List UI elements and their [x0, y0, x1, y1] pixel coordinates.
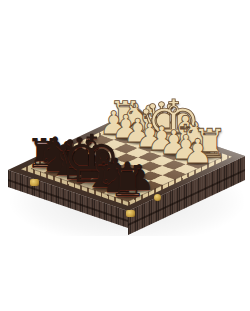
piece-black-rook[interactable]: ♜	[109, 160, 147, 202]
chess-set-photo: ♜♞♝♛♚♝♞♜♟♟♟♟♟♟♟♟♟♟♟♟♟♟♟♟♜♞♝♛♚♝♞♜	[0, 0, 250, 311]
pieces-layer: ♜♞♝♛♚♝♞♜♟♟♟♟♟♟♟♟♟♟♟♟♟♟♟♟♜♞♝♛♚♝♞♜	[0, 0, 250, 311]
piece-white-pawn[interactable]: ♟	[183, 134, 213, 168]
